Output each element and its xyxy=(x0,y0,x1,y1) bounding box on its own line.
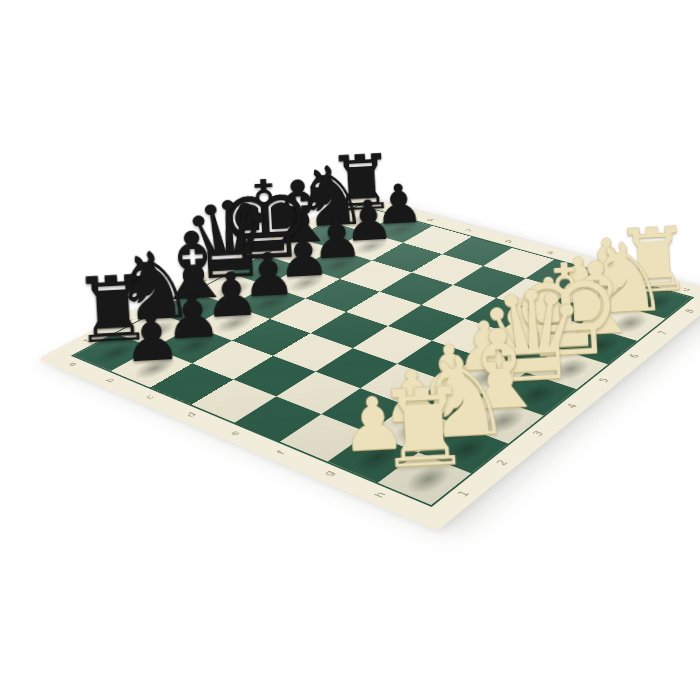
black-pawn[interactable]: ♟ xyxy=(121,307,182,369)
white-rook[interactable]: ♜ xyxy=(374,378,474,481)
square-h1[interactable]: ♜ xyxy=(378,452,471,504)
board-grid: ♜♞♝♛♚♝♞♜♟♟♟♟♟♟♟♟♟♟♟♟♟♟♟♟♜♞♝♛♚♝♞♜ xyxy=(74,206,692,505)
product-photo-stage: ♜♞♝♛♚♝♞♜♟♟♟♟♟♟♟♟♟♟♟♟♟♟♟♟♜♞♝♛♚♝♞♜ 11aa22b… xyxy=(0,0,700,700)
chess-mat: ♜♞♝♛♚♝♞♜♟♟♟♟♟♟♟♟♟♟♟♟♟♟♟♟♜♞♝♛♚♝♞♜ 11aa22b… xyxy=(37,194,700,530)
